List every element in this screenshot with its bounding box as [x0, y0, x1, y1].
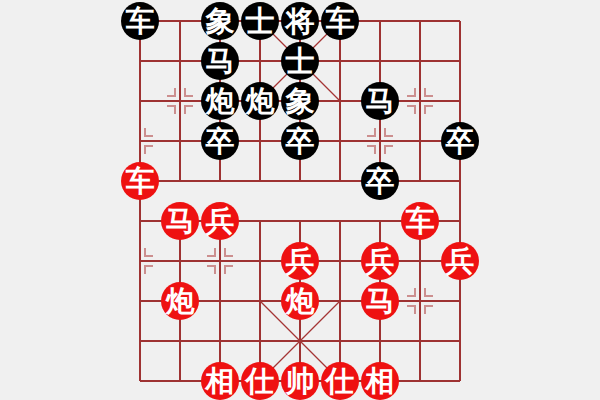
piece-black-soldier[interactable]: 卒: [201, 122, 239, 160]
piece-red-rook[interactable]: 车: [121, 162, 159, 200]
piece-black-king[interactable]: 将: [281, 2, 319, 40]
piece-red-cannon[interactable]: 炮: [161, 282, 199, 320]
piece-red-elephant[interactable]: 相: [361, 362, 399, 400]
piece-red-elephant[interactable]: 相: [201, 362, 239, 400]
piece-black-cannon[interactable]: 炮: [241, 82, 279, 120]
piece-black-advisor[interactable]: 士: [281, 42, 319, 80]
piece-black-elephant[interactable]: 象: [201, 2, 239, 40]
piece-red-horse[interactable]: 马: [161, 202, 199, 240]
piece-red-rook[interactable]: 车: [401, 202, 439, 240]
pieces-layer: 车象士将车马士炮炮象马卒卒卒卒车马兵车兵兵兵炮炮马相仕帅仕相: [0, 0, 600, 400]
piece-black-soldier[interactable]: 卒: [441, 122, 479, 160]
piece-black-soldier[interactable]: 卒: [281, 122, 319, 160]
piece-black-rook[interactable]: 车: [321, 2, 359, 40]
piece-black-cannon[interactable]: 炮: [201, 82, 239, 120]
piece-red-soldier[interactable]: 兵: [361, 242, 399, 280]
piece-red-king[interactable]: 帅: [281, 362, 319, 400]
piece-red-advisor[interactable]: 仕: [321, 362, 359, 400]
piece-black-rook[interactable]: 车: [121, 2, 159, 40]
piece-red-advisor[interactable]: 仕: [241, 362, 279, 400]
piece-black-advisor[interactable]: 士: [241, 2, 279, 40]
piece-red-cannon[interactable]: 炮: [281, 282, 319, 320]
piece-red-soldier[interactable]: 兵: [201, 202, 239, 240]
piece-black-horse[interactable]: 马: [201, 42, 239, 80]
piece-black-soldier[interactable]: 卒: [361, 162, 399, 200]
piece-red-horse[interactable]: 马: [361, 282, 399, 320]
piece-black-elephant[interactable]: 象: [281, 82, 319, 120]
piece-black-horse[interactable]: 马: [361, 82, 399, 120]
xiangqi-app: 车象士将车马士炮炮象马卒卒卒卒车马兵车兵兵兵炮炮马相仕帅仕相: [0, 0, 600, 400]
piece-red-soldier[interactable]: 兵: [281, 242, 319, 280]
piece-red-soldier[interactable]: 兵: [441, 242, 479, 280]
